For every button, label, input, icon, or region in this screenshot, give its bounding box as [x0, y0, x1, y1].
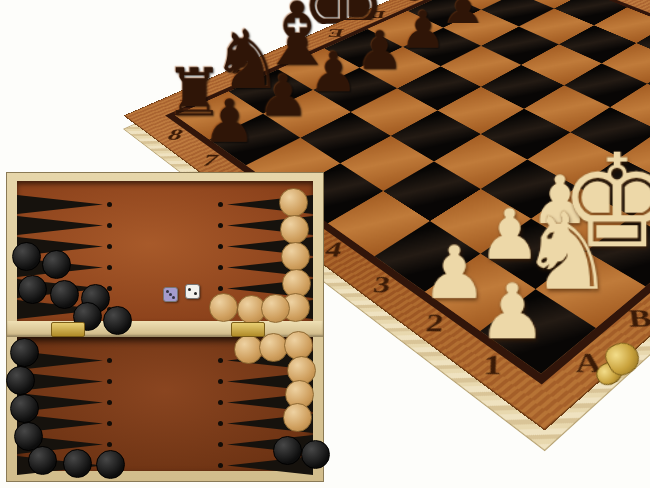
point-tip-dot — [218, 265, 223, 270]
black-checker[interactable] — [12, 242, 41, 271]
point-tip-dot — [107, 421, 112, 426]
product-photo-scene: ♟♟♛♟♚♟♝♟♟♚♞♟♟♞♜♟♟♟ ABCDEFGH87654321ABCDE… — [0, 0, 650, 488]
die-showing-2[interactable] — [185, 284, 200, 299]
die-pip — [172, 296, 175, 299]
backgammon-point[interactable] — [17, 195, 103, 214]
light-wood-checker[interactable] — [279, 188, 308, 217]
far-file-label: C — [399, 0, 432, 9]
light-wood-checker[interactable] — [283, 403, 312, 432]
black-pawn[interactable]: ♟ — [441, 0, 486, 36]
far-file-label: D — [359, 3, 395, 27]
backgammon-point[interactable] — [227, 456, 313, 475]
black-checker[interactable] — [301, 440, 330, 469]
backgammon-point[interactable] — [17, 216, 103, 235]
point-tip-dot — [107, 202, 112, 207]
point-tip-dot — [218, 223, 223, 228]
brass-hinge — [231, 322, 265, 337]
black-pawn[interactable]: ♟ — [257, 67, 308, 124]
point-tip-dot — [218, 244, 223, 249]
black-pawn[interactable]: ♟ — [400, 4, 446, 56]
backgammon-box — [6, 172, 324, 482]
black-checker[interactable] — [63, 449, 92, 478]
point-tip-dot — [218, 442, 223, 447]
black-pawn[interactable]: ♟ — [356, 24, 404, 77]
point-tip-dot — [107, 400, 112, 405]
black-pawn[interactable]: ♟ — [479, 0, 522, 17]
black-pawn[interactable]: ♟ — [202, 91, 256, 151]
black-checker[interactable] — [18, 275, 47, 304]
point-tip-dot — [218, 202, 223, 207]
point-tip-dot — [107, 223, 112, 228]
point-tip-dot — [107, 379, 112, 384]
black-pawn[interactable]: ♟ — [308, 45, 358, 100]
black-checker[interactable] — [10, 338, 39, 367]
point-tip-dot — [218, 358, 223, 363]
point-tip-dot — [107, 244, 112, 249]
light-wood-checker[interactable] — [281, 242, 310, 271]
point-tip-dot — [107, 442, 112, 447]
black-checker[interactable] — [50, 280, 79, 309]
white-pawn[interactable]: ♟ — [477, 273, 546, 350]
die-pip — [188, 288, 191, 291]
point-tip-dot — [218, 379, 223, 384]
black-checker[interactable] — [6, 366, 35, 395]
point-tip-dot — [218, 286, 223, 291]
light-wood-checker[interactable] — [280, 215, 309, 244]
black-checker[interactable] — [42, 250, 71, 279]
black-checker[interactable] — [96, 450, 125, 479]
black-checker[interactable] — [103, 306, 132, 335]
light-wood-checker[interactable] — [209, 293, 238, 322]
light-wood-checker[interactable] — [261, 294, 290, 323]
light-wood-checker[interactable] — [284, 331, 313, 360]
die-pip — [194, 292, 197, 295]
point-tip-dot — [107, 265, 112, 270]
black-checker[interactable] — [273, 436, 302, 465]
point-tip-dot — [218, 421, 223, 426]
point-tip-dot — [218, 400, 223, 405]
black-checker[interactable] — [10, 394, 39, 423]
point-tip-dot — [107, 358, 112, 363]
die-showing-3[interactable] — [163, 287, 178, 302]
black-checker[interactable] — [28, 446, 57, 475]
point-tip-dot — [218, 463, 223, 468]
brass-hinge — [51, 322, 85, 337]
